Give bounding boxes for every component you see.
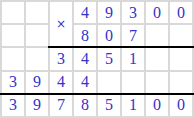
cell-r2c1	[2, 25, 24, 46]
cell-r4c3: 4	[50, 72, 72, 93]
cell-r3c8	[170, 48, 192, 69]
cell-r5c8: 0	[170, 95, 192, 116]
cell-r4c7	[146, 72, 168, 93]
cell-r1c5: 9	[98, 2, 120, 23]
cell-r2c7	[146, 25, 168, 46]
cell-r3c1	[2, 48, 24, 69]
cell-r3c4: 4	[74, 48, 96, 69]
separator-line-under-multiplier	[48, 46, 194, 48]
cell-r5c4: 8	[74, 95, 96, 116]
cell-r3c3: 3	[50, 48, 72, 69]
cell-r5c6: 1	[122, 95, 144, 116]
cell-r3c2	[26, 48, 48, 69]
cell-r1c2	[26, 2, 48, 23]
cell-r1c4: 4	[74, 2, 96, 23]
cell-r3c6: 1	[122, 48, 144, 69]
cell-r3c5: 5	[98, 48, 120, 69]
cell-r4c8	[170, 72, 192, 93]
cell-r4c2: 9	[26, 72, 48, 93]
cell-r2c5: 0	[98, 25, 120, 46]
multiplication-worksheet: ×493008073451394439785100	[0, 0, 194, 118]
cell-r4c4: 4	[74, 72, 96, 93]
cell-r4c5	[98, 72, 120, 93]
cell-r3c7	[146, 48, 168, 69]
cell-r2c6: 7	[122, 25, 144, 46]
multiply-operator: ×	[50, 2, 72, 46]
cell-r5c2: 9	[26, 95, 48, 116]
multiplication-grid: ×493008073451394439785100	[0, 0, 194, 118]
cell-r5c5: 5	[98, 95, 120, 116]
cell-r5c3: 7	[50, 95, 72, 116]
cell-r1c7: 0	[146, 2, 168, 23]
cell-r2c2	[26, 25, 48, 46]
cell-r1c6: 3	[122, 2, 144, 23]
cell-r2c4: 8	[74, 25, 96, 46]
cell-r1c1	[2, 2, 24, 23]
cell-r5c1: 3	[2, 95, 24, 116]
cell-r2c8	[170, 25, 192, 46]
cell-r5c7: 0	[146, 95, 168, 116]
cell-r1c8: 0	[170, 2, 192, 23]
separator-line-above-product	[0, 93, 194, 95]
cell-r4c1: 3	[2, 72, 24, 93]
cell-r4c6	[122, 72, 144, 93]
